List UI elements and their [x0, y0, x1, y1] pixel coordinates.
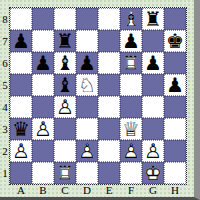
- square-b6[interactable]: ♟: [32, 52, 54, 74]
- square-c8[interactable]: [54, 8, 76, 30]
- piece-black-pawn[interactable]: ♟: [76, 52, 98, 74]
- square-a4[interactable]: [10, 96, 32, 118]
- piece-white-pawn[interactable]: ♟♙: [76, 140, 98, 162]
- piece-black-pawn[interactable]: ♟: [142, 52, 164, 74]
- square-g6[interactable]: ♟: [142, 52, 164, 74]
- square-f8[interactable]: ♝♗: [120, 8, 142, 30]
- piece-fill: ♟: [10, 30, 32, 52]
- square-c1[interactable]: ♜♖: [54, 162, 76, 184]
- square-f5[interactable]: [120, 74, 142, 96]
- piece-fill: ♜: [142, 8, 164, 30]
- file-labels: ABCDEFGH: [10, 184, 186, 197]
- piece-fill: ♟: [120, 30, 142, 52]
- piece-outline: ♖: [54, 162, 76, 184]
- square-h3[interactable]: [164, 118, 186, 140]
- piece-outline: ♙: [54, 96, 76, 118]
- piece-fill: ♟: [76, 52, 98, 74]
- file-label-d: D: [76, 184, 98, 197]
- square-b2[interactable]: [32, 140, 54, 162]
- piece-black-pawn[interactable]: ♟: [10, 30, 32, 52]
- square-d8[interactable]: [76, 8, 98, 30]
- file-label-b: B: [32, 184, 54, 197]
- square-d7[interactable]: [76, 30, 98, 52]
- square-a1[interactable]: [10, 162, 32, 184]
- square-d6[interactable]: ♟: [76, 52, 98, 74]
- piece-black-pawn[interactable]: ♟: [120, 30, 142, 52]
- rank-label-7: 7: [0, 30, 10, 52]
- square-c6[interactable]: ♝: [54, 52, 76, 74]
- rank-label-5: 5: [0, 74, 10, 96]
- piece-white-pawn[interactable]: ♟♙: [120, 140, 142, 162]
- square-c7[interactable]: ♜: [54, 30, 76, 52]
- piece-outline: ♕: [120, 118, 142, 140]
- piece-white-knight[interactable]: ♞♘: [76, 74, 98, 96]
- file-label-a: A: [10, 184, 32, 197]
- piece-black-bishop[interactable]: ♝: [54, 52, 76, 74]
- piece-white-bishop[interactable]: ♝♗: [120, 8, 142, 30]
- square-f6[interactable]: ♜♖: [120, 52, 142, 74]
- piece-white-rook[interactable]: ♜♖: [54, 162, 76, 184]
- piece-fill: ♟: [32, 52, 54, 74]
- square-e2[interactable]: [98, 140, 120, 162]
- rank-label-3: 3: [0, 118, 10, 140]
- square-b7[interactable]: [32, 30, 54, 52]
- square-a6[interactable]: [10, 52, 32, 74]
- square-f4[interactable]: [120, 96, 142, 118]
- square-e6[interactable]: [98, 52, 120, 74]
- piece-outline: ♘: [76, 74, 98, 96]
- square-g8[interactable]: ♜: [142, 8, 164, 30]
- square-g7[interactable]: [142, 30, 164, 52]
- piece-fill: ♝: [54, 52, 76, 74]
- square-a5[interactable]: [10, 74, 32, 96]
- square-b4[interactable]: [32, 96, 54, 118]
- piece-white-pawn[interactable]: ♟♙: [54, 96, 76, 118]
- square-a3[interactable]: ♛: [10, 118, 32, 140]
- piece-outline: ♙: [32, 118, 54, 140]
- piece-outline: ♗: [120, 8, 142, 30]
- square-c3[interactable]: [54, 118, 76, 140]
- square-h7[interactable]: ♚: [164, 30, 186, 52]
- square-b3[interactable]: ♟♙: [32, 118, 54, 140]
- square-e3[interactable]: [98, 118, 120, 140]
- square-g5[interactable]: [142, 74, 164, 96]
- piece-fill: ♜: [54, 30, 76, 52]
- square-g4[interactable]: [142, 96, 164, 118]
- square-c4[interactable]: ♟♙: [54, 96, 76, 118]
- square-h2[interactable]: [164, 140, 186, 162]
- piece-outline: ♙: [142, 140, 164, 162]
- square-g1[interactable]: ♚♔: [142, 162, 164, 184]
- square-f3[interactable]: ♛♕: [120, 118, 142, 140]
- square-d2[interactable]: ♟♙: [76, 140, 98, 162]
- piece-white-pawn[interactable]: ♟♙: [10, 140, 32, 162]
- piece-black-bishop[interactable]: ♝: [54, 74, 76, 96]
- square-g2[interactable]: ♟♙: [142, 140, 164, 162]
- board[interactable]: ♝♗♜♟♜♟♚♟♝♟♜♖♟♝♞♘♟♟♙♛♟♙♛♕♟♙♟♙♟♙♟♙♜♖♚♔: [10, 8, 186, 184]
- file-label-e: E: [98, 184, 120, 197]
- square-f1[interactable]: [120, 162, 142, 184]
- square-e8[interactable]: [98, 8, 120, 30]
- square-h4[interactable]: [164, 96, 186, 118]
- square-d1[interactable]: [76, 162, 98, 184]
- piece-fill: ♝: [54, 74, 76, 96]
- piece-outline: ♔: [142, 162, 164, 184]
- square-b1[interactable]: [32, 162, 54, 184]
- square-e1[interactable]: [98, 162, 120, 184]
- rank-label-8: 8: [0, 8, 10, 30]
- piece-black-pawn[interactable]: ♟: [32, 52, 54, 74]
- piece-white-king[interactable]: ♚♔: [142, 162, 164, 184]
- piece-black-rook[interactable]: ♜: [54, 30, 76, 52]
- file-label-c: C: [54, 184, 76, 197]
- square-h8[interactable]: [164, 8, 186, 30]
- piece-outline: ♙: [76, 140, 98, 162]
- square-a8[interactable]: [10, 8, 32, 30]
- file-label-g: G: [142, 184, 164, 197]
- square-a2[interactable]: ♟♙: [10, 140, 32, 162]
- piece-black-rook[interactable]: ♜: [142, 8, 164, 30]
- square-f2[interactable]: ♟♙: [120, 140, 142, 162]
- square-d4[interactable]: [76, 96, 98, 118]
- file-label-f: F: [120, 184, 142, 197]
- square-a7[interactable]: ♟: [10, 30, 32, 52]
- rank-labels: 87654321: [0, 8, 10, 184]
- square-c5[interactable]: ♝: [54, 74, 76, 96]
- piece-outline: ♙: [10, 140, 32, 162]
- square-b5[interactable]: [32, 74, 54, 96]
- piece-fill: ♛: [10, 118, 32, 140]
- square-b8[interactable]: [32, 8, 54, 30]
- rank-label-2: 2: [0, 140, 10, 162]
- square-f7[interactable]: ♟: [120, 30, 142, 52]
- piece-white-pawn[interactable]: ♟♙: [142, 140, 164, 162]
- piece-black-pawn[interactable]: ♟: [164, 74, 186, 96]
- piece-fill: ♟: [142, 52, 164, 74]
- piece-black-queen[interactable]: ♛: [10, 118, 32, 140]
- chess-board-frame: 87654321 ♝♗♜♟♜♟♚♟♝♟♜♖♟♝♞♘♟♟♙♛♟♙♛♕♟♙♟♙♟♙♟…: [0, 0, 200, 200]
- piece-black-king[interactable]: ♚: [164, 30, 186, 52]
- square-e5[interactable]: [98, 74, 120, 96]
- square-e4[interactable]: [98, 96, 120, 118]
- piece-white-queen[interactable]: ♛♕: [120, 118, 142, 140]
- square-h1[interactable]: [164, 162, 186, 184]
- piece-white-pawn[interactable]: ♟♙: [32, 118, 54, 140]
- rank-label-1: 1: [0, 162, 10, 184]
- square-e7[interactable]: [98, 30, 120, 52]
- square-h5[interactable]: ♟: [164, 74, 186, 96]
- square-d5[interactable]: ♞♘: [76, 74, 98, 96]
- square-g3[interactable]: [142, 118, 164, 140]
- piece-outline: ♙: [120, 140, 142, 162]
- square-c2[interactable]: [54, 140, 76, 162]
- square-h6[interactable]: [164, 52, 186, 74]
- rank-label-4: 4: [0, 96, 10, 118]
- square-d3[interactable]: [76, 118, 98, 140]
- piece-outline: ♖: [120, 52, 142, 74]
- file-label-h: H: [164, 184, 186, 197]
- rank-label-6: 6: [0, 52, 10, 74]
- piece-white-rook[interactable]: ♜♖: [120, 52, 142, 74]
- piece-fill: ♟: [164, 74, 186, 96]
- piece-fill: ♚: [164, 30, 186, 52]
